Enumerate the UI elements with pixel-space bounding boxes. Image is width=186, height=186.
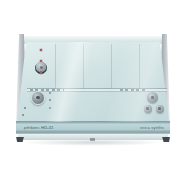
red-led bbox=[40, 49, 42, 52]
product-photo: pērkons HD-01 erica synths bbox=[0, 0, 186, 186]
brand-logo: erica synths bbox=[140, 126, 164, 130]
front-band: pērkons HD-01 erica synths bbox=[16, 121, 170, 134]
group-divider bbox=[55, 44, 56, 89]
right-mid-knob bbox=[147, 92, 158, 103]
big-left-knob bbox=[31, 91, 45, 105]
rubber-foot bbox=[90, 138, 95, 141]
right-small-knob bbox=[144, 105, 152, 113]
knob-deck bbox=[28, 44, 166, 90]
voice-group bbox=[28, 44, 54, 90]
group-divider bbox=[83, 44, 84, 89]
model-label: pērkons HD-01 bbox=[24, 126, 54, 130]
group-divider bbox=[139, 44, 140, 89]
strip-text-marks bbox=[120, 89, 146, 90]
top-back-edge bbox=[21, 36, 165, 43]
red-led bbox=[40, 71, 42, 74]
right-small-knob bbox=[156, 105, 164, 113]
group-divider bbox=[111, 44, 112, 89]
